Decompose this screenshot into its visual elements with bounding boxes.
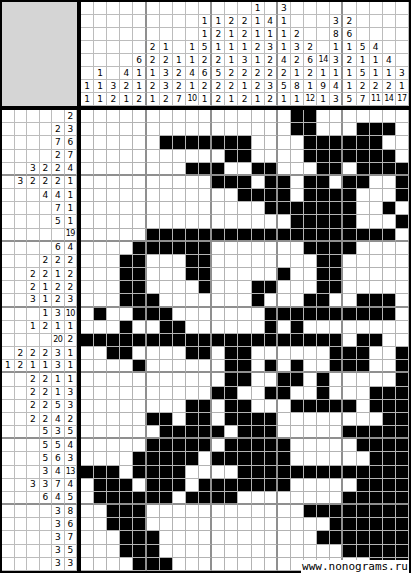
grid-cell-r33c19[interactable] xyxy=(317,531,330,544)
grid-cell-r21c20[interactable] xyxy=(330,373,343,386)
grid-cell-r25c6[interactable] xyxy=(147,426,160,439)
grid-cell-r10c11[interactable] xyxy=(212,229,225,242)
grid-cell-r8c19[interactable] xyxy=(317,202,330,215)
grid-cell-r12c23[interactable] xyxy=(370,255,383,268)
grid-cell-r2c13[interactable] xyxy=(238,123,251,136)
grid-cell-r15c22[interactable] xyxy=(357,294,370,307)
grid-cell-r17c9[interactable] xyxy=(186,321,199,334)
grid-cell-r29c2[interactable] xyxy=(94,479,107,492)
grid-cell-r30c20[interactable] xyxy=(330,492,343,505)
grid-cell-r35c11[interactable] xyxy=(212,558,225,571)
grid-cell-r3c1[interactable] xyxy=(81,136,94,149)
grid-cell-r22c23[interactable] xyxy=(370,387,383,400)
grid-cell-r33c7[interactable] xyxy=(160,531,173,544)
grid-cell-r21c6[interactable] xyxy=(147,373,160,386)
grid-cell-r21c2[interactable] xyxy=(94,373,107,386)
grid-cell-r18c4[interactable] xyxy=(120,334,133,347)
grid-cell-r4c13[interactable] xyxy=(238,150,251,163)
grid-cell-r31c24[interactable] xyxy=(383,505,396,518)
grid-cell-r23c16[interactable] xyxy=(278,400,291,413)
grid-cell-r32c14[interactable] xyxy=(252,518,265,531)
grid-cell-r1c22[interactable] xyxy=(357,110,370,123)
grid-cell-r23c3[interactable] xyxy=(107,400,120,413)
grid-cell-r31c18[interactable] xyxy=(304,505,317,518)
grid-cell-r29c12[interactable] xyxy=(225,479,238,492)
grid-cell-r4c15[interactable] xyxy=(265,150,278,163)
grid-cell-r22c19[interactable] xyxy=(317,387,330,400)
grid-cell-r10c22[interactable] xyxy=(357,229,370,242)
grid-cell-r22c18[interactable] xyxy=(304,387,317,400)
grid-cell-r27c17[interactable] xyxy=(291,452,304,465)
grid-cell-r6c24[interactable] xyxy=(383,176,396,189)
grid-cell-r16c18[interactable] xyxy=(304,308,317,321)
grid-cell-r7c9[interactable] xyxy=(186,189,199,202)
grid-cell-r31c25[interactable] xyxy=(396,505,409,518)
grid-cell-r10c18[interactable] xyxy=(304,229,317,242)
grid-cell-r32c19[interactable] xyxy=(317,518,330,531)
grid-cell-r8c7[interactable] xyxy=(160,202,173,215)
grid-cell-r16c7[interactable] xyxy=(160,308,173,321)
grid-cell-r2c9[interactable] xyxy=(186,123,199,136)
grid-cell-r10c7[interactable] xyxy=(160,229,173,242)
grid-cell-r14c13[interactable] xyxy=(238,281,251,294)
grid-cell-r21c12[interactable] xyxy=(225,373,238,386)
grid-cell-r10c25[interactable] xyxy=(396,229,409,242)
grid-cell-r25c13[interactable] xyxy=(238,426,251,439)
grid-cell-r5c23[interactable] xyxy=(370,163,383,176)
grid-cell-r8c14[interactable] xyxy=(252,202,265,215)
grid-cell-r6c17[interactable] xyxy=(291,176,304,189)
grid-cell-r32c9[interactable] xyxy=(186,518,199,531)
grid-cell-r15c2[interactable] xyxy=(94,294,107,307)
grid-cell-r17c4[interactable] xyxy=(120,321,133,334)
grid-cell-r11c19[interactable] xyxy=(317,242,330,255)
grid-cell-r27c15[interactable] xyxy=(265,452,278,465)
grid-cell-r3c11[interactable] xyxy=(212,136,225,149)
grid-cell-r10c20[interactable] xyxy=(330,229,343,242)
grid-cell-r21c4[interactable] xyxy=(120,373,133,386)
grid-cell-r34c3[interactable] xyxy=(107,545,120,558)
grid-cell-r17c17[interactable] xyxy=(291,321,304,334)
grid-cell-r4c11[interactable] xyxy=(212,150,225,163)
grid-cell-r16c3[interactable] xyxy=(107,308,120,321)
grid-cell-r34c1[interactable] xyxy=(81,545,94,558)
grid-cell-r26c23[interactable] xyxy=(370,439,383,452)
grid-cell-r35c2[interactable] xyxy=(94,558,107,571)
grid-cell-r26c5[interactable] xyxy=(133,439,146,452)
grid-cell-r35c13[interactable] xyxy=(238,558,251,571)
grid-cell-r16c1[interactable] xyxy=(81,308,94,321)
grid-cell-r19c20[interactable] xyxy=(330,347,343,360)
grid-cell-r28c12[interactable] xyxy=(225,466,238,479)
grid-cell-r35c6[interactable] xyxy=(147,558,160,571)
grid-cell-r20c23[interactable] xyxy=(370,360,383,373)
grid-cell-r14c3[interactable] xyxy=(107,281,120,294)
grid-cell-r31c20[interactable] xyxy=(330,505,343,518)
grid-cell-r27c9[interactable] xyxy=(186,452,199,465)
grid-cell-r15c4[interactable] xyxy=(120,294,133,307)
grid-cell-r7c13[interactable] xyxy=(238,189,251,202)
grid-cell-r1c11[interactable] xyxy=(212,110,225,123)
grid-cell-r17c20[interactable] xyxy=(330,321,343,334)
grid-cell-r1c7[interactable] xyxy=(160,110,173,123)
grid-cell-r13c13[interactable] xyxy=(238,268,251,281)
grid-cell-r10c16[interactable] xyxy=(278,229,291,242)
grid-cell-r16c22[interactable] xyxy=(357,308,370,321)
grid-cell-r9c2[interactable] xyxy=(94,215,107,228)
grid-cell-r8c9[interactable] xyxy=(186,202,199,215)
grid-cell-r19c2[interactable] xyxy=(94,347,107,360)
grid-cell-r28c2[interactable] xyxy=(94,466,107,479)
grid-cell-r24c12[interactable] xyxy=(225,413,238,426)
grid-cell-r32c11[interactable] xyxy=(212,518,225,531)
grid-cell-r4c14[interactable] xyxy=(252,150,265,163)
grid-cell-r9c7[interactable] xyxy=(160,215,173,228)
grid-cell-r18c12[interactable] xyxy=(225,334,238,347)
grid-cell-r25c7[interactable] xyxy=(160,426,173,439)
grid-cell-r11c18[interactable] xyxy=(304,242,317,255)
grid-cell-r3c16[interactable] xyxy=(278,136,291,149)
grid-cell-r29c5[interactable] xyxy=(133,479,146,492)
grid-cell-r4c3[interactable] xyxy=(107,150,120,163)
grid-cell-r34c7[interactable] xyxy=(160,545,173,558)
grid-cell-r8c6[interactable] xyxy=(147,202,160,215)
grid-cell-r13c23[interactable] xyxy=(370,268,383,281)
grid-cell-r25c4[interactable] xyxy=(120,426,133,439)
grid-cell-r1c1[interactable] xyxy=(81,110,94,123)
grid-cell-r32c6[interactable] xyxy=(147,518,160,531)
grid-cell-r30c19[interactable] xyxy=(317,492,330,505)
grid-cell-r3c21[interactable] xyxy=(343,136,356,149)
grid-cell-r34c8[interactable] xyxy=(173,545,186,558)
grid-cell-r12c11[interactable] xyxy=(212,255,225,268)
grid-cell-r2c4[interactable] xyxy=(120,123,133,136)
grid-cell-r23c22[interactable] xyxy=(357,400,370,413)
grid-cell-r29c7[interactable] xyxy=(160,479,173,492)
grid-cell-r4c22[interactable] xyxy=(357,150,370,163)
grid-cell-r16c17[interactable] xyxy=(291,308,304,321)
grid-cell-r22c20[interactable] xyxy=(330,387,343,400)
grid-cell-r19c15[interactable] xyxy=(265,347,278,360)
grid-cell-r26c3[interactable] xyxy=(107,439,120,452)
grid-cell-r21c11[interactable] xyxy=(212,373,225,386)
grid-cell-r34c2[interactable] xyxy=(94,545,107,558)
grid-cell-r19c14[interactable] xyxy=(252,347,265,360)
grid-cell-r31c13[interactable] xyxy=(238,505,251,518)
grid-cell-r33c18[interactable] xyxy=(304,531,317,544)
grid-cell-r2c12[interactable] xyxy=(225,123,238,136)
grid-cell-r17c19[interactable] xyxy=(317,321,330,334)
grid-cell-r6c22[interactable] xyxy=(357,176,370,189)
grid-cell-r19c18[interactable] xyxy=(304,347,317,360)
grid-cell-r22c25[interactable] xyxy=(396,387,409,400)
grid-cell-r30c10[interactable] xyxy=(199,492,212,505)
grid-cell-r26c25[interactable] xyxy=(396,439,409,452)
grid-cell-r23c2[interactable] xyxy=(94,400,107,413)
grid-cell-r5c3[interactable] xyxy=(107,163,120,176)
grid-cell-r22c16[interactable] xyxy=(278,387,291,400)
grid-cell-r4c16[interactable] xyxy=(278,150,291,163)
grid-cell-r14c23[interactable] xyxy=(370,281,383,294)
grid-cell-r9c4[interactable] xyxy=(120,215,133,228)
grid-cell-r6c6[interactable] xyxy=(147,176,160,189)
grid-cell-r12c5[interactable] xyxy=(133,255,146,268)
grid-cell-r6c7[interactable] xyxy=(160,176,173,189)
grid-cell-r10c21[interactable] xyxy=(343,229,356,242)
grid-cell-r5c6[interactable] xyxy=(147,163,160,176)
grid-cell-r9c9[interactable] xyxy=(186,215,199,228)
grid-cell-r29c24[interactable] xyxy=(383,479,396,492)
grid-cell-r6c8[interactable] xyxy=(173,176,186,189)
grid-cell-r19c19[interactable] xyxy=(317,347,330,360)
grid-cell-r1c20[interactable] xyxy=(330,110,343,123)
grid-cell-r26c19[interactable] xyxy=(317,439,330,452)
grid-cell-r19c23[interactable] xyxy=(370,347,383,360)
grid-cell-r5c24[interactable] xyxy=(383,163,396,176)
grid-cell-r31c21[interactable] xyxy=(343,505,356,518)
grid-cell-r31c11[interactable] xyxy=(212,505,225,518)
grid-cell-r33c13[interactable] xyxy=(238,531,251,544)
grid-cell-r27c21[interactable] xyxy=(343,452,356,465)
grid-cell-r23c7[interactable] xyxy=(160,400,173,413)
grid-cell-r9c8[interactable] xyxy=(173,215,186,228)
grid-cell-r20c22[interactable] xyxy=(357,360,370,373)
grid-cell-r27c3[interactable] xyxy=(107,452,120,465)
grid-cell-r32c12[interactable] xyxy=(225,518,238,531)
grid-cell-r30c22[interactable] xyxy=(357,492,370,505)
grid-cell-r14c4[interactable] xyxy=(120,281,133,294)
grid-cell-r23c17[interactable] xyxy=(291,400,304,413)
grid-cell-r24c21[interactable] xyxy=(343,413,356,426)
grid-cell-r13c20[interactable] xyxy=(330,268,343,281)
grid-cell-r28c5[interactable] xyxy=(133,466,146,479)
grid-cell-r24c13[interactable] xyxy=(238,413,251,426)
grid-cell-r30c11[interactable] xyxy=(212,492,225,505)
grid-cell-r15c16[interactable] xyxy=(278,294,291,307)
grid-cell-r14c19[interactable] xyxy=(317,281,330,294)
grid-cell-r16c19[interactable] xyxy=(317,308,330,321)
grid-cell-r15c21[interactable] xyxy=(343,294,356,307)
grid-cell-r1c6[interactable] xyxy=(147,110,160,123)
grid-cell-r6c20[interactable] xyxy=(330,176,343,189)
grid-cell-r6c15[interactable] xyxy=(265,176,278,189)
grid-cell-r4c19[interactable] xyxy=(317,150,330,163)
grid-cell-r16c16[interactable] xyxy=(278,308,291,321)
grid-cell-r9c14[interactable] xyxy=(252,215,265,228)
grid-cell-r7c3[interactable] xyxy=(107,189,120,202)
grid-cell-r3c3[interactable] xyxy=(107,136,120,149)
grid-cell-r28c23[interactable] xyxy=(370,466,383,479)
grid-cell-r28c13[interactable] xyxy=(238,466,251,479)
grid-cell-r11c15[interactable] xyxy=(265,242,278,255)
grid-cell-r19c4[interactable] xyxy=(120,347,133,360)
grid-cell-r31c22[interactable] xyxy=(357,505,370,518)
grid-cell-r35c7[interactable] xyxy=(160,558,173,571)
grid-cell-r27c25[interactable] xyxy=(396,452,409,465)
grid-cell-r26c6[interactable] xyxy=(147,439,160,452)
grid-cell-r35c15[interactable] xyxy=(265,558,278,571)
grid-cell-r21c14[interactable] xyxy=(252,373,265,386)
grid-cell-r14c20[interactable] xyxy=(330,281,343,294)
grid-cell-r24c9[interactable] xyxy=(186,413,199,426)
grid-cell-r14c9[interactable] xyxy=(186,281,199,294)
grid-cell-r17c14[interactable] xyxy=(252,321,265,334)
grid-cell-r5c19[interactable] xyxy=(317,163,330,176)
grid-cell-r19c5[interactable] xyxy=(133,347,146,360)
grid-cell-r9c24[interactable] xyxy=(383,215,396,228)
grid-cell-r2c14[interactable] xyxy=(252,123,265,136)
grid-cell-r2c24[interactable] xyxy=(383,123,396,136)
grid-cell-r32c25[interactable] xyxy=(396,518,409,531)
grid-cell-r8c12[interactable] xyxy=(225,202,238,215)
grid-cell-r13c3[interactable] xyxy=(107,268,120,281)
grid-cell-r19c6[interactable] xyxy=(147,347,160,360)
grid-cell-r11c4[interactable] xyxy=(120,242,133,255)
grid-cell-r30c12[interactable] xyxy=(225,492,238,505)
grid-cell-r10c6[interactable] xyxy=(147,229,160,242)
grid-cell-r7c18[interactable] xyxy=(304,189,317,202)
grid-cell-r2c1[interactable] xyxy=(81,123,94,136)
grid-cell-r1c4[interactable] xyxy=(120,110,133,123)
grid-cell-r35c5[interactable] xyxy=(133,558,146,571)
grid-cell-r19c7[interactable] xyxy=(160,347,173,360)
grid-cell-r26c7[interactable] xyxy=(160,439,173,452)
grid-cell-r9c10[interactable] xyxy=(199,215,212,228)
grid-cell-r7c7[interactable] xyxy=(160,189,173,202)
grid-cell-r31c19[interactable] xyxy=(317,505,330,518)
grid-cell-r27c5[interactable] xyxy=(133,452,146,465)
grid-cell-r28c7[interactable] xyxy=(160,466,173,479)
grid-cell-r31c17[interactable] xyxy=(291,505,304,518)
grid-cell-r33c11[interactable] xyxy=(212,531,225,544)
grid-cell-r10c8[interactable] xyxy=(173,229,186,242)
grid-cell-r15c13[interactable] xyxy=(238,294,251,307)
grid-cell-r4c25[interactable] xyxy=(396,150,409,163)
grid-cell-r26c1[interactable] xyxy=(81,439,94,452)
grid-cell-r23c14[interactable] xyxy=(252,400,265,413)
grid-cell-r15c25[interactable] xyxy=(396,294,409,307)
grid-cell-r27c14[interactable] xyxy=(252,452,265,465)
grid-cell-r10c24[interactable] xyxy=(383,229,396,242)
grid-cell-r8c21[interactable] xyxy=(343,202,356,215)
grid-cell-r35c12[interactable] xyxy=(225,558,238,571)
grid-cell-r18c3[interactable] xyxy=(107,334,120,347)
grid-cell-r13c9[interactable] xyxy=(186,268,199,281)
grid-cell-r31c2[interactable] xyxy=(94,505,107,518)
grid-cell-r32c16[interactable] xyxy=(278,518,291,531)
grid-cell-r13c1[interactable] xyxy=(81,268,94,281)
grid-cell-r13c18[interactable] xyxy=(304,268,317,281)
grid-cell-r30c16[interactable] xyxy=(278,492,291,505)
grid-cell-r30c14[interactable] xyxy=(252,492,265,505)
grid-cell-r21c10[interactable] xyxy=(199,373,212,386)
grid-cell-r4c24[interactable] xyxy=(383,150,396,163)
grid-cell-r17c5[interactable] xyxy=(133,321,146,334)
grid-cell-r29c14[interactable] xyxy=(252,479,265,492)
grid-cell-r30c4[interactable] xyxy=(120,492,133,505)
grid-cell-r1c18[interactable] xyxy=(304,110,317,123)
grid-cell-r17c8[interactable] xyxy=(173,321,186,334)
grid-cell-r2c17[interactable] xyxy=(291,123,304,136)
grid-cell-r18c15[interactable] xyxy=(265,334,278,347)
grid-cell-r14c22[interactable] xyxy=(357,281,370,294)
grid-cell-r11c8[interactable] xyxy=(173,242,186,255)
grid-cell-r33c22[interactable] xyxy=(357,531,370,544)
grid-cell-r26c13[interactable] xyxy=(238,439,251,452)
grid-cell-r8c24[interactable] xyxy=(383,202,396,215)
grid-cell-r17c2[interactable] xyxy=(94,321,107,334)
grid-cell-r16c4[interactable] xyxy=(120,308,133,321)
grid-cell-r22c15[interactable] xyxy=(265,387,278,400)
grid-cell-r34c22[interactable] xyxy=(357,545,370,558)
grid-cell-r28c3[interactable] xyxy=(107,466,120,479)
grid-cell-r13c19[interactable] xyxy=(317,268,330,281)
grid-cell-r21c5[interactable] xyxy=(133,373,146,386)
grid-cell-r9c25[interactable] xyxy=(396,215,409,228)
grid-cell-r10c15[interactable] xyxy=(265,229,278,242)
grid-cell-r10c5[interactable] xyxy=(133,229,146,242)
grid-cell-r17c7[interactable] xyxy=(160,321,173,334)
grid-cell-r28c25[interactable] xyxy=(396,466,409,479)
grid-cell-r30c13[interactable] xyxy=(238,492,251,505)
grid-cell-r19c3[interactable] xyxy=(107,347,120,360)
grid-cell-r3c5[interactable] xyxy=(133,136,146,149)
grid-cell-r15c9[interactable] xyxy=(186,294,199,307)
grid-cell-r19c22[interactable] xyxy=(357,347,370,360)
grid-cell-r8c18[interactable] xyxy=(304,202,317,215)
grid-cell-r10c9[interactable] xyxy=(186,229,199,242)
grid-cell-r34c4[interactable] xyxy=(120,545,133,558)
grid-cell-r2c11[interactable] xyxy=(212,123,225,136)
grid-cell-r22c9[interactable] xyxy=(186,387,199,400)
grid-cell-r10c13[interactable] xyxy=(238,229,251,242)
grid-cell-r29c16[interactable] xyxy=(278,479,291,492)
grid-cell-r17c12[interactable] xyxy=(225,321,238,334)
grid-cell-r10c10[interactable] xyxy=(199,229,212,242)
grid-cell-r3c10[interactable] xyxy=(199,136,212,149)
grid-cell-r5c9[interactable] xyxy=(186,163,199,176)
grid-cell-r14c18[interactable] xyxy=(304,281,317,294)
grid-cell-r26c16[interactable] xyxy=(278,439,291,452)
grid-cell-r34c14[interactable] xyxy=(252,545,265,558)
grid-cell-r28c22[interactable] xyxy=(357,466,370,479)
grid-cell-r8c3[interactable] xyxy=(107,202,120,215)
grid-cell-r11c7[interactable] xyxy=(160,242,173,255)
grid-cell-r22c22[interactable] xyxy=(357,387,370,400)
grid-cell-r16c14[interactable] xyxy=(252,308,265,321)
grid-cell-r33c6[interactable] xyxy=(147,531,160,544)
grid-cell-r5c15[interactable] xyxy=(265,163,278,176)
grid-cell-r30c21[interactable] xyxy=(343,492,356,505)
grid-cell-r21c16[interactable] xyxy=(278,373,291,386)
grid-cell-r32c15[interactable] xyxy=(265,518,278,531)
grid-cell-r22c14[interactable] xyxy=(252,387,265,400)
grid-cell-r25c25[interactable] xyxy=(396,426,409,439)
grid-cell-r9c19[interactable] xyxy=(317,215,330,228)
grid-cell-r12c20[interactable] xyxy=(330,255,343,268)
grid-cell-r27c24[interactable] xyxy=(383,452,396,465)
grid-cell-r6c21[interactable] xyxy=(343,176,356,189)
grid-cell-r3c18[interactable] xyxy=(304,136,317,149)
grid-cell-r19c17[interactable] xyxy=(291,347,304,360)
grid-cell-r4c12[interactable] xyxy=(225,150,238,163)
grid-cell-r24c18[interactable] xyxy=(304,413,317,426)
grid-cell-r32c24[interactable] xyxy=(383,518,396,531)
grid-cell-r29c21[interactable] xyxy=(343,479,356,492)
grid-cell-r6c2[interactable] xyxy=(94,176,107,189)
grid-cell-r17c6[interactable] xyxy=(147,321,160,334)
grid-cell-r28c19[interactable] xyxy=(317,466,330,479)
